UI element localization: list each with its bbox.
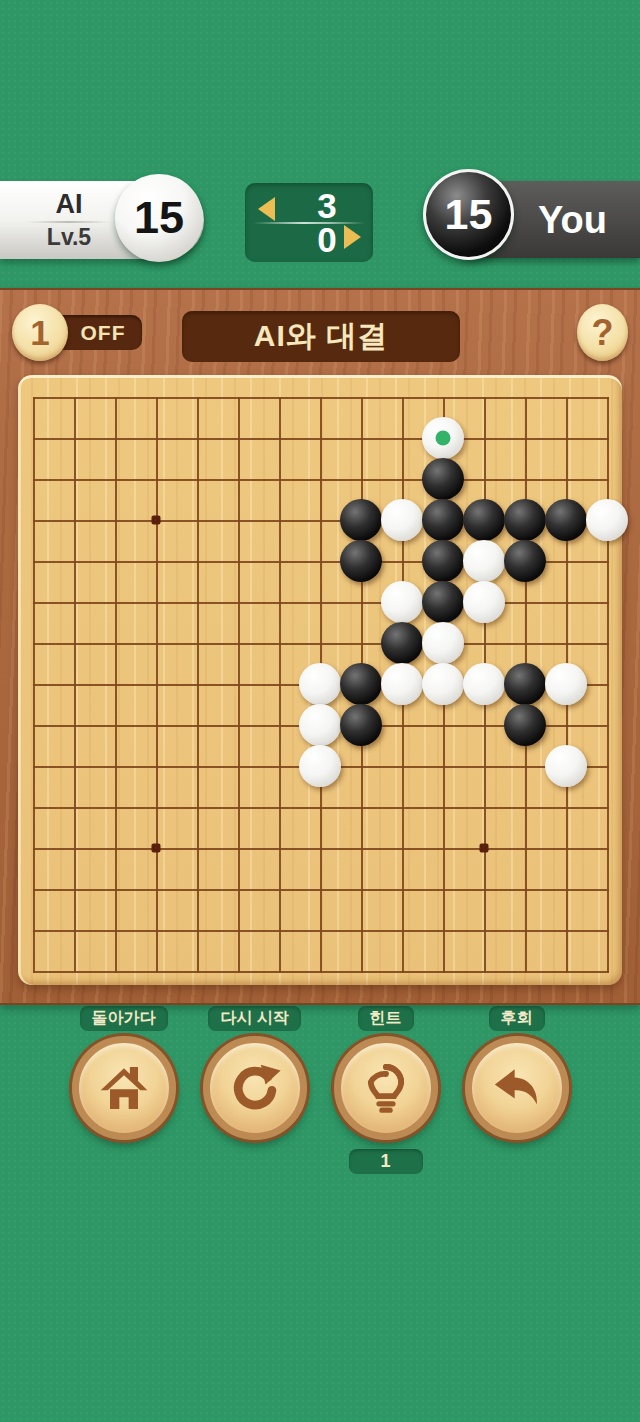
star-point: [152, 516, 161, 525]
button-group-undo: 후회: [464, 1006, 570, 1174]
button-group-hint: 힌트 1: [333, 1006, 439, 1174]
question-icon: ?: [592, 312, 614, 354]
stone-white: [545, 745, 587, 787]
star-point: [152, 844, 161, 853]
lightbulb-icon: [358, 1060, 414, 1116]
ai-pill-divider: [27, 221, 111, 223]
stone-white: [463, 540, 505, 582]
stone-black: [340, 540, 382, 582]
you-name: You: [538, 198, 607, 241]
move-toggle-state: OFF: [81, 321, 126, 345]
stone-black: [422, 581, 464, 623]
stone-black: [504, 540, 546, 582]
stone-white: [422, 417, 464, 459]
undo-arrow-icon: [489, 1060, 545, 1116]
grid-line: [33, 848, 609, 850]
grid-line: [33, 807, 609, 809]
toolbar: 돌아가다 다시 시작 힌트: [0, 1006, 640, 1174]
grid-line: [33, 971, 609, 973]
stone-black: [545, 499, 587, 541]
stone-white: [463, 581, 505, 623]
board-frame: OFF 1 AI와 대결 ?: [0, 288, 640, 1005]
app-screen: AI Lv.5 15 3 0 You 15 OFF 1 AI와 대결 ?: [0, 0, 640, 1422]
stone-black: [381, 622, 423, 664]
stone-black: [340, 499, 382, 541]
black-stone-counter: 15: [423, 169, 514, 260]
stone-white: [299, 704, 341, 746]
stone-black: [504, 704, 546, 746]
board-grid[interactable]: [33, 397, 608, 972]
stone-white: [463, 663, 505, 705]
grid-line: [33, 930, 609, 932]
stone-white: [422, 622, 464, 664]
button-group-restart: 다시 시작: [202, 1006, 308, 1174]
score-bottom: 0: [305, 222, 349, 257]
star-point: [480, 844, 489, 853]
restart-button[interactable]: [203, 1036, 307, 1140]
help-button[interactable]: ?: [577, 304, 628, 361]
move-number-badge[interactable]: 1: [12, 304, 68, 361]
stone-black: [340, 663, 382, 705]
grid-line: [33, 889, 609, 891]
undo-button-label: 후회: [489, 1006, 545, 1031]
restart-button-label: 다시 시작: [208, 1006, 300, 1031]
score-box: 3 0: [245, 183, 373, 262]
stone-white: [299, 663, 341, 705]
stone-black: [504, 499, 546, 541]
stone-black: [340, 704, 382, 746]
last-move-dot: [436, 431, 451, 446]
move-number: 1: [30, 313, 49, 353]
stone-white: [299, 745, 341, 787]
undo-button[interactable]: [465, 1036, 569, 1140]
score-arrow-right-icon[interactable]: [344, 225, 361, 249]
stone-black: [422, 458, 464, 500]
stone-white: [422, 663, 464, 705]
hint-button[interactable]: [334, 1036, 438, 1140]
stone-black: [422, 499, 464, 541]
stone-white: [381, 499, 423, 541]
page-title: AI와 대결: [182, 311, 460, 362]
stone-white: [381, 663, 423, 705]
score-arrow-left-icon[interactable]: [258, 197, 275, 221]
grid-line: [607, 397, 609, 973]
stone-white: [545, 663, 587, 705]
stone-white: [381, 581, 423, 623]
ai-level: Lv.5: [47, 226, 91, 249]
hint-count-badge: 1: [349, 1149, 423, 1174]
white-stone-counter: 15: [115, 174, 203, 262]
stone-black: [422, 540, 464, 582]
ai-name: AI: [56, 191, 83, 218]
restart-icon: [227, 1060, 283, 1116]
home-button-label: 돌아가다: [80, 1006, 168, 1031]
score-top: 3: [305, 188, 349, 223]
stone-black: [463, 499, 505, 541]
stone-black: [504, 663, 546, 705]
gomoku-board[interactable]: [18, 375, 622, 985]
stone-white: [586, 499, 628, 541]
button-group-home: 돌아가다: [71, 1006, 177, 1174]
hint-button-label: 힌트: [358, 1006, 414, 1031]
home-icon: [96, 1060, 152, 1116]
home-button[interactable]: [72, 1036, 176, 1140]
